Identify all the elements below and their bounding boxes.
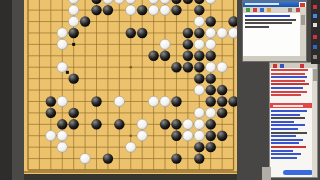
text-line — [271, 128, 298, 130]
black-stone — [103, 5, 113, 15]
black-stone — [137, 5, 147, 15]
text-line — [271, 94, 301, 96]
white-stone — [68, 16, 78, 26]
white-stone — [46, 131, 56, 141]
chat-window — [242, 0, 307, 62]
white-stone — [206, 108, 216, 118]
chat-input-bar[interactable] — [243, 56, 306, 61]
white-stone — [206, 62, 216, 72]
toolbar-icon[interactable] — [300, 64, 304, 68]
highlight-banner — [270, 103, 317, 108]
black-stone — [160, 119, 170, 129]
white-stone — [148, 96, 158, 106]
black-stone — [206, 51, 216, 61]
white-stone — [194, 39, 204, 49]
move-marker — [72, 43, 75, 46]
white-stone — [217, 62, 227, 72]
board-margin-strip — [12, 0, 24, 180]
text-line — [271, 73, 305, 75]
white-stone — [137, 119, 147, 129]
text-line — [271, 153, 301, 155]
toolbar-icon[interactable] — [313, 5, 317, 9]
white-stone — [57, 39, 67, 49]
black-stone — [206, 85, 216, 95]
black-stone — [206, 73, 216, 83]
black-stone — [183, 0, 193, 4]
game-info-text — [271, 69, 311, 103]
white-stone — [57, 131, 67, 141]
text-line — [271, 91, 307, 93]
white-stone — [194, 108, 204, 118]
white-stone — [80, 153, 90, 163]
white-stone — [148, 5, 158, 15]
white-stone — [160, 39, 170, 49]
toolbar-icon[interactable] — [313, 14, 317, 18]
black-stone — [91, 5, 101, 15]
white-stone — [228, 28, 237, 38]
white-stone — [137, 131, 147, 141]
kibitz-scrollbar[interactable] — [312, 68, 317, 177]
text-line — [245, 19, 296, 21]
toolbar-icon[interactable] — [313, 35, 317, 39]
window-background — [24, 174, 237, 180]
black-stone — [206, 119, 216, 129]
text-line — [271, 146, 306, 148]
window-fragment — [262, 167, 271, 180]
toolbar-icon[interactable] — [296, 8, 300, 12]
black-stone — [183, 28, 193, 38]
toolbar-icon[interactable] — [260, 8, 264, 12]
black-stone — [206, 96, 216, 106]
star-point — [129, 66, 132, 69]
toolbar-icon[interactable] — [253, 8, 257, 12]
highlight-banner-text — [273, 105, 303, 107]
black-stone — [194, 28, 204, 38]
toolbar-icon[interactable] — [246, 8, 250, 12]
chat-scrollbar-thumb[interactable] — [301, 15, 305, 25]
black-stone — [217, 85, 227, 95]
toolbar-icon[interactable] — [273, 64, 277, 68]
white-stone — [194, 85, 204, 95]
text-line — [271, 69, 308, 71]
black-stone — [194, 62, 204, 72]
black-stone — [217, 108, 227, 118]
black-stone — [68, 119, 78, 129]
white-stone — [114, 0, 124, 4]
black-stone — [46, 96, 56, 106]
black-stone — [183, 39, 193, 49]
black-stone — [194, 142, 204, 152]
black-stone — [148, 51, 158, 61]
text-line — [271, 121, 294, 123]
toolbar-icon[interactable] — [313, 23, 317, 27]
text-line — [271, 76, 307, 78]
black-stone — [126, 28, 136, 38]
white-stone — [148, 0, 158, 4]
black-stone — [183, 51, 193, 61]
black-stone — [228, 16, 237, 26]
black-stone — [137, 28, 147, 38]
white-stone — [68, 0, 78, 4]
black-stone — [171, 153, 181, 163]
white-stone — [57, 142, 67, 152]
text-line — [271, 110, 307, 112]
white-stone — [194, 119, 204, 129]
black-stone — [171, 119, 181, 129]
black-stone — [206, 131, 216, 141]
text-line — [245, 26, 269, 28]
go-board[interactable] — [24, 0, 237, 174]
go-board-grid — [24, 0, 237, 174]
black-stone — [91, 119, 101, 129]
black-stone — [171, 131, 181, 141]
text-line — [271, 124, 305, 126]
white-stone — [114, 96, 124, 106]
white-stone — [160, 0, 170, 4]
text-line — [271, 87, 303, 89]
chat-title-text — [245, 3, 279, 5]
black-stone — [217, 96, 227, 106]
black-stone — [114, 119, 124, 129]
side-icon-strip — [311, 0, 320, 64]
star-point — [129, 134, 132, 137]
white-stone — [57, 96, 67, 106]
chat-messages[interactable] — [243, 13, 300, 56]
kibitz-chat-text[interactable] — [271, 110, 311, 168]
black-stone — [80, 16, 90, 26]
black-stone — [171, 62, 181, 72]
black-stone — [194, 51, 204, 61]
black-stone — [46, 108, 56, 118]
white-stone — [206, 0, 216, 4]
text-line — [271, 139, 303, 141]
white-stone — [194, 131, 204, 141]
move-marker — [66, 71, 69, 74]
text-line — [245, 22, 292, 24]
white-stone — [103, 0, 113, 4]
white-stone — [126, 0, 136, 4]
black-stone — [68, 28, 78, 38]
text-line — [271, 150, 293, 152]
black-stone — [228, 96, 237, 106]
white-stone — [160, 5, 170, 15]
kibitz-scrollbar-thumb[interactable] — [313, 69, 317, 81]
kibitz-header-bar[interactable] — [270, 63, 317, 68]
text-line — [271, 83, 309, 85]
white-stone — [68, 5, 78, 15]
toolbar-icon[interactable] — [288, 8, 292, 12]
black-stone — [160, 51, 170, 61]
text-line — [271, 157, 297, 159]
white-stone — [183, 119, 193, 129]
black-stone — [171, 5, 181, 15]
text-line — [245, 15, 290, 17]
text-line — [271, 114, 300, 116]
white-stone — [160, 96, 170, 106]
black-stone — [183, 62, 193, 72]
toolbar-icon[interactable] — [313, 55, 317, 59]
window-edge-strip — [0, 0, 12, 180]
toolbar-icon[interactable] — [280, 64, 284, 68]
black-stone — [194, 5, 204, 15]
black-stone — [68, 108, 78, 118]
send-button[interactable] — [283, 170, 313, 175]
white-stone — [126, 142, 136, 152]
text-line — [271, 132, 307, 134]
toolbar-icon[interactable] — [313, 45, 317, 49]
text-line — [271, 142, 299, 144]
black-stone — [171, 96, 181, 106]
black-stone — [206, 16, 216, 26]
white-stone — [206, 28, 216, 38]
white-stone — [217, 28, 227, 38]
white-stone — [183, 131, 193, 141]
black-stone — [68, 73, 78, 83]
chat-scrollbar[interactable] — [300, 13, 306, 56]
text-line — [271, 135, 296, 137]
kibitz-window — [269, 62, 318, 178]
black-stone — [194, 153, 204, 163]
text-line — [271, 80, 305, 82]
black-stone — [171, 0, 181, 4]
white-stone — [57, 28, 67, 38]
black-stone — [194, 73, 204, 83]
white-stone — [194, 16, 204, 26]
black-stone — [194, 0, 204, 4]
black-stone — [57, 119, 67, 129]
black-stone — [103, 153, 113, 163]
black-stone — [91, 96, 101, 106]
toolbar-icon[interactable] — [267, 8, 271, 12]
text-line — [271, 117, 305, 119]
black-stone — [217, 131, 227, 141]
white-stone — [126, 5, 136, 15]
black-stone — [206, 142, 216, 152]
white-stone — [206, 39, 216, 49]
black-stone — [91, 0, 101, 4]
